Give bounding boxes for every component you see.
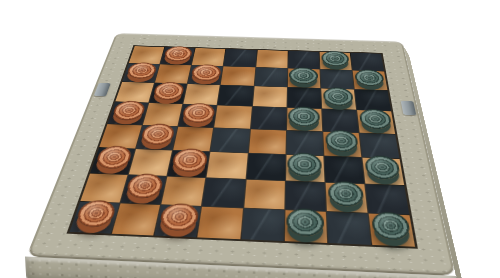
board-square-r6c1[interactable]: ⛂: [90, 148, 135, 175]
checker-piece-red[interactable]: ⛂: [190, 64, 221, 81]
checker-piece-red[interactable]: ⛂: [124, 173, 165, 199]
board-square-r3c4[interactable]: [218, 85, 253, 106]
checker-piece-green[interactable]: ⛀: [289, 106, 320, 126]
board-square-r3c6[interactable]: [287, 88, 321, 109]
checker-piece-red[interactable]: ⛂: [94, 146, 134, 170]
checker-piece-green[interactable]: ⛀: [289, 67, 318, 84]
board-square-r7c2[interactable]: ⛂: [121, 175, 167, 204]
play-area: ⛂⛀⛂⛂⛀⛀⛂⛀⛂⛂⛀⛀⛂⛀⛂⛂⛀⛀⛂⛀⛂⛂⛀⛀: [67, 45, 418, 248]
board-square-r1c6[interactable]: [288, 51, 319, 69]
board-square-r7c6[interactable]: [285, 181, 325, 211]
checker-piece-green[interactable]: ⛀: [364, 155, 401, 179]
board-square-r6c4[interactable]: [207, 152, 247, 179]
board-square-r1c1[interactable]: [129, 46, 164, 64]
checker-piece-green[interactable]: ⛀: [327, 180, 364, 207]
board-square-r4c1[interactable]: ⛂: [108, 102, 149, 124]
board-square-r6c7[interactable]: [324, 156, 364, 183]
board-square-r8c8[interactable]: ⛀: [369, 213, 416, 246]
board-square-r6c8[interactable]: ⛀: [362, 157, 404, 184]
checker-piece-green[interactable]: ⛀: [288, 153, 322, 177]
board-square-r7c5[interactable]: [244, 179, 285, 209]
board-square-r1c3[interactable]: [192, 48, 226, 66]
product-photo-stage: ⛂⛀⛂⛂⛀⛀⛂⛀⛂⛂⛀⛀⛂⛀⛂⛂⛀⛀⛂⛀⛂⛂⛀⛀: [0, 0, 500, 278]
board-square-r5c8[interactable]: [360, 133, 400, 158]
board-square-r3c3[interactable]: [184, 84, 220, 105]
checker-piece-red[interactable]: ⛂: [181, 103, 215, 123]
board-square-r2c2[interactable]: [155, 64, 191, 83]
checker-piece-red[interactable]: ⛂: [139, 123, 176, 145]
board-square-r1c7[interactable]: ⛀: [319, 52, 351, 70]
board-square-r5c4[interactable]: [211, 128, 250, 153]
board-frame-front-face: [25, 257, 457, 278]
board-square-r5c3[interactable]: [174, 126, 214, 151]
board-square-r4c3[interactable]: ⛂: [179, 104, 217, 127]
board-square-r8c2[interactable]: [112, 203, 160, 235]
board-square-r6c5[interactable]: [246, 153, 285, 180]
checker-piece-red[interactable]: ⛂: [74, 199, 119, 227]
board-square-r5c5[interactable]: [248, 129, 285, 154]
board-square-r4c7[interactable]: [322, 109, 358, 132]
checker-piece-green[interactable]: ⛀: [359, 109, 393, 129]
checker-piece-red[interactable]: ⛂: [111, 101, 147, 121]
board-square-r3c7[interactable]: ⛀: [321, 89, 356, 110]
board-square-r3c2[interactable]: ⛂: [149, 83, 187, 104]
board-square-r4c2[interactable]: [143, 103, 182, 125]
perspective-scene: ⛂⛀⛂⛂⛀⛀⛂⛀⛂⛂⛀⛀⛂⛀⛂⛂⛀⛀⛂⛀⛂⛂⛀⛀: [0, 0, 500, 278]
board-square-r8c6[interactable]: ⛀: [284, 210, 326, 243]
board-square-r2c3[interactable]: ⛂: [188, 65, 223, 84]
board-square-r2c4[interactable]: [221, 67, 255, 86]
board-square-r6c3[interactable]: ⛂: [168, 150, 210, 177]
board-square-r2c1[interactable]: ⛂: [122, 63, 159, 82]
checker-piece-green[interactable]: ⛀: [321, 51, 350, 67]
board-square-r7c4[interactable]: [203, 178, 245, 208]
board-square-r2c7[interactable]: [320, 70, 354, 90]
checker-piece-red[interactable]: ⛂: [125, 62, 158, 79]
board-square-r8c3[interactable]: ⛂: [155, 205, 202, 237]
checkers-board: ⛂⛀⛂⛂⛀⛀⛂⛀⛂⛂⛀⛀⛂⛀⛂⛂⛀⛀⛂⛀⛂⛂⛀⛀: [26, 33, 456, 276]
checker-piece-red[interactable]: ⛂: [171, 148, 208, 172]
board-square-r8c5[interactable]: [241, 208, 284, 241]
board-square-r5c7[interactable]: ⛀: [323, 132, 361, 157]
checker-piece-red[interactable]: ⛂: [158, 203, 199, 232]
board-square-r2c6[interactable]: ⛀: [288, 69, 321, 89]
hinge-left-icon: [94, 83, 111, 97]
board-square-r1c8[interactable]: [351, 53, 385, 71]
board-square-r4c6[interactable]: ⛀: [287, 108, 322, 131]
hinge-right-icon: [401, 101, 417, 116]
checker-piece-green[interactable]: ⛀: [287, 208, 325, 237]
board-square-r1c5[interactable]: [256, 50, 288, 68]
board-square-r3c5[interactable]: [252, 86, 286, 107]
checker-piece-green[interactable]: ⛀: [370, 211, 411, 240]
board-square-r7c8[interactable]: [365, 184, 409, 214]
checker-piece-red[interactable]: ⛂: [152, 82, 186, 100]
board-square-r8c7[interactable]: [327, 212, 371, 245]
board-square-r7c1[interactable]: [80, 173, 127, 202]
checker-piece-red[interactable]: ⛂: [163, 46, 194, 62]
board-square-r1c4[interactable]: [224, 49, 257, 67]
board-square-r5c2[interactable]: ⛂: [136, 125, 177, 149]
board-square-r7c3[interactable]: [162, 176, 206, 205]
checker-piece-green[interactable]: ⛀: [323, 87, 354, 106]
board-square-r8c1[interactable]: ⛂: [70, 202, 120, 234]
board-square-r5c1[interactable]: [99, 124, 142, 148]
board-square-r4c4[interactable]: [215, 106, 252, 129]
board-square-r2c5[interactable]: [254, 68, 287, 87]
board-square-r6c2[interactable]: [129, 149, 172, 176]
board-square-r3c8[interactable]: [355, 90, 391, 111]
board-square-r4c5[interactable]: [251, 107, 287, 130]
checker-piece-green[interactable]: ⛀: [354, 69, 385, 86]
board-square-r7c7[interactable]: ⛀: [325, 183, 367, 213]
board-square-r4c8[interactable]: ⛀: [357, 110, 395, 133]
board-square-r6c6[interactable]: ⛀: [286, 155, 325, 182]
checker-piece-green[interactable]: ⛀: [325, 130, 359, 152]
board-square-r2c8[interactable]: ⛀: [353, 71, 388, 91]
board-square-r3c1[interactable]: [115, 82, 154, 103]
board-square-r8c4[interactable]: [198, 207, 243, 240]
board-square-r5c6[interactable]: [286, 130, 323, 155]
board-square-r1c2[interactable]: ⛂: [160, 47, 195, 65]
